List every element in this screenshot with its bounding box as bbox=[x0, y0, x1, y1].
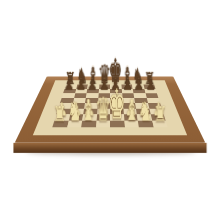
square-b1[interactable]: ♞ bbox=[67, 120, 82, 127]
piece-white-king[interactable]: ♚ bbox=[109, 85, 126, 126]
square-h1[interactable]: ♜ bbox=[152, 120, 168, 127]
scene: ♜♞♝♛♚♝♞♜♟♟♟♟♟♟♟♟♟♟♟♟♟♟♟♟♜♞♝♛♚♝♞♜ bbox=[0, 0, 220, 218]
square-e1[interactable]: ♚ bbox=[110, 120, 124, 127]
piece-white-rook[interactable]: ♜ bbox=[153, 105, 167, 126]
piece-black-pawn[interactable]: ♟ bbox=[76, 77, 86, 92]
piece-black-pawn[interactable]: ♟ bbox=[146, 77, 156, 92]
piece-white-rook[interactable]: ♜ bbox=[53, 105, 67, 126]
chessboard: ♜♞♝♛♚♝♞♜♟♟♟♟♟♟♟♟♟♟♟♟♟♟♟♟♜♞♝♛♚♝♞♜ bbox=[15, 77, 206, 143]
board-frame: ♜♞♝♛♚♝♞♜♟♟♟♟♟♟♟♟♟♟♟♟♟♟♟♟♜♞♝♛♚♝♞♜ bbox=[15, 77, 206, 143]
square-c1[interactable]: ♝ bbox=[81, 120, 96, 127]
piece-white-bishop[interactable]: ♝ bbox=[124, 96, 138, 125]
square-g1[interactable]: ♞ bbox=[138, 120, 153, 127]
square-f1[interactable]: ♝ bbox=[124, 120, 139, 127]
piece-black-pawn[interactable]: ♟ bbox=[64, 77, 74, 92]
piece-white-bishop[interactable]: ♝ bbox=[82, 96, 96, 125]
board-front-edge bbox=[13, 143, 206, 153]
board-grid: ♜♞♝♛♚♝♞♜♟♟♟♟♟♟♟♟♟♟♟♟♟♟♟♟♜♞♝♛♚♝♞♜ bbox=[52, 85, 167, 128]
chess-set-photo: ♜♞♝♛♚♝♞♜♟♟♟♟♟♟♟♟♟♟♟♟♟♟♟♟♜♞♝♛♚♝♞♜ bbox=[0, 0, 220, 218]
piece-black-pawn[interactable]: ♟ bbox=[134, 77, 144, 92]
piece-white-knight[interactable]: ♞ bbox=[67, 99, 81, 126]
piece-white-knight[interactable]: ♞ bbox=[139, 99, 153, 126]
board-inlay-border: ♜♞♝♛♚♝♞♜♟♟♟♟♟♟♟♟♟♟♟♟♟♟♟♟♜♞♝♛♚♝♞♜ bbox=[33, 80, 187, 135]
